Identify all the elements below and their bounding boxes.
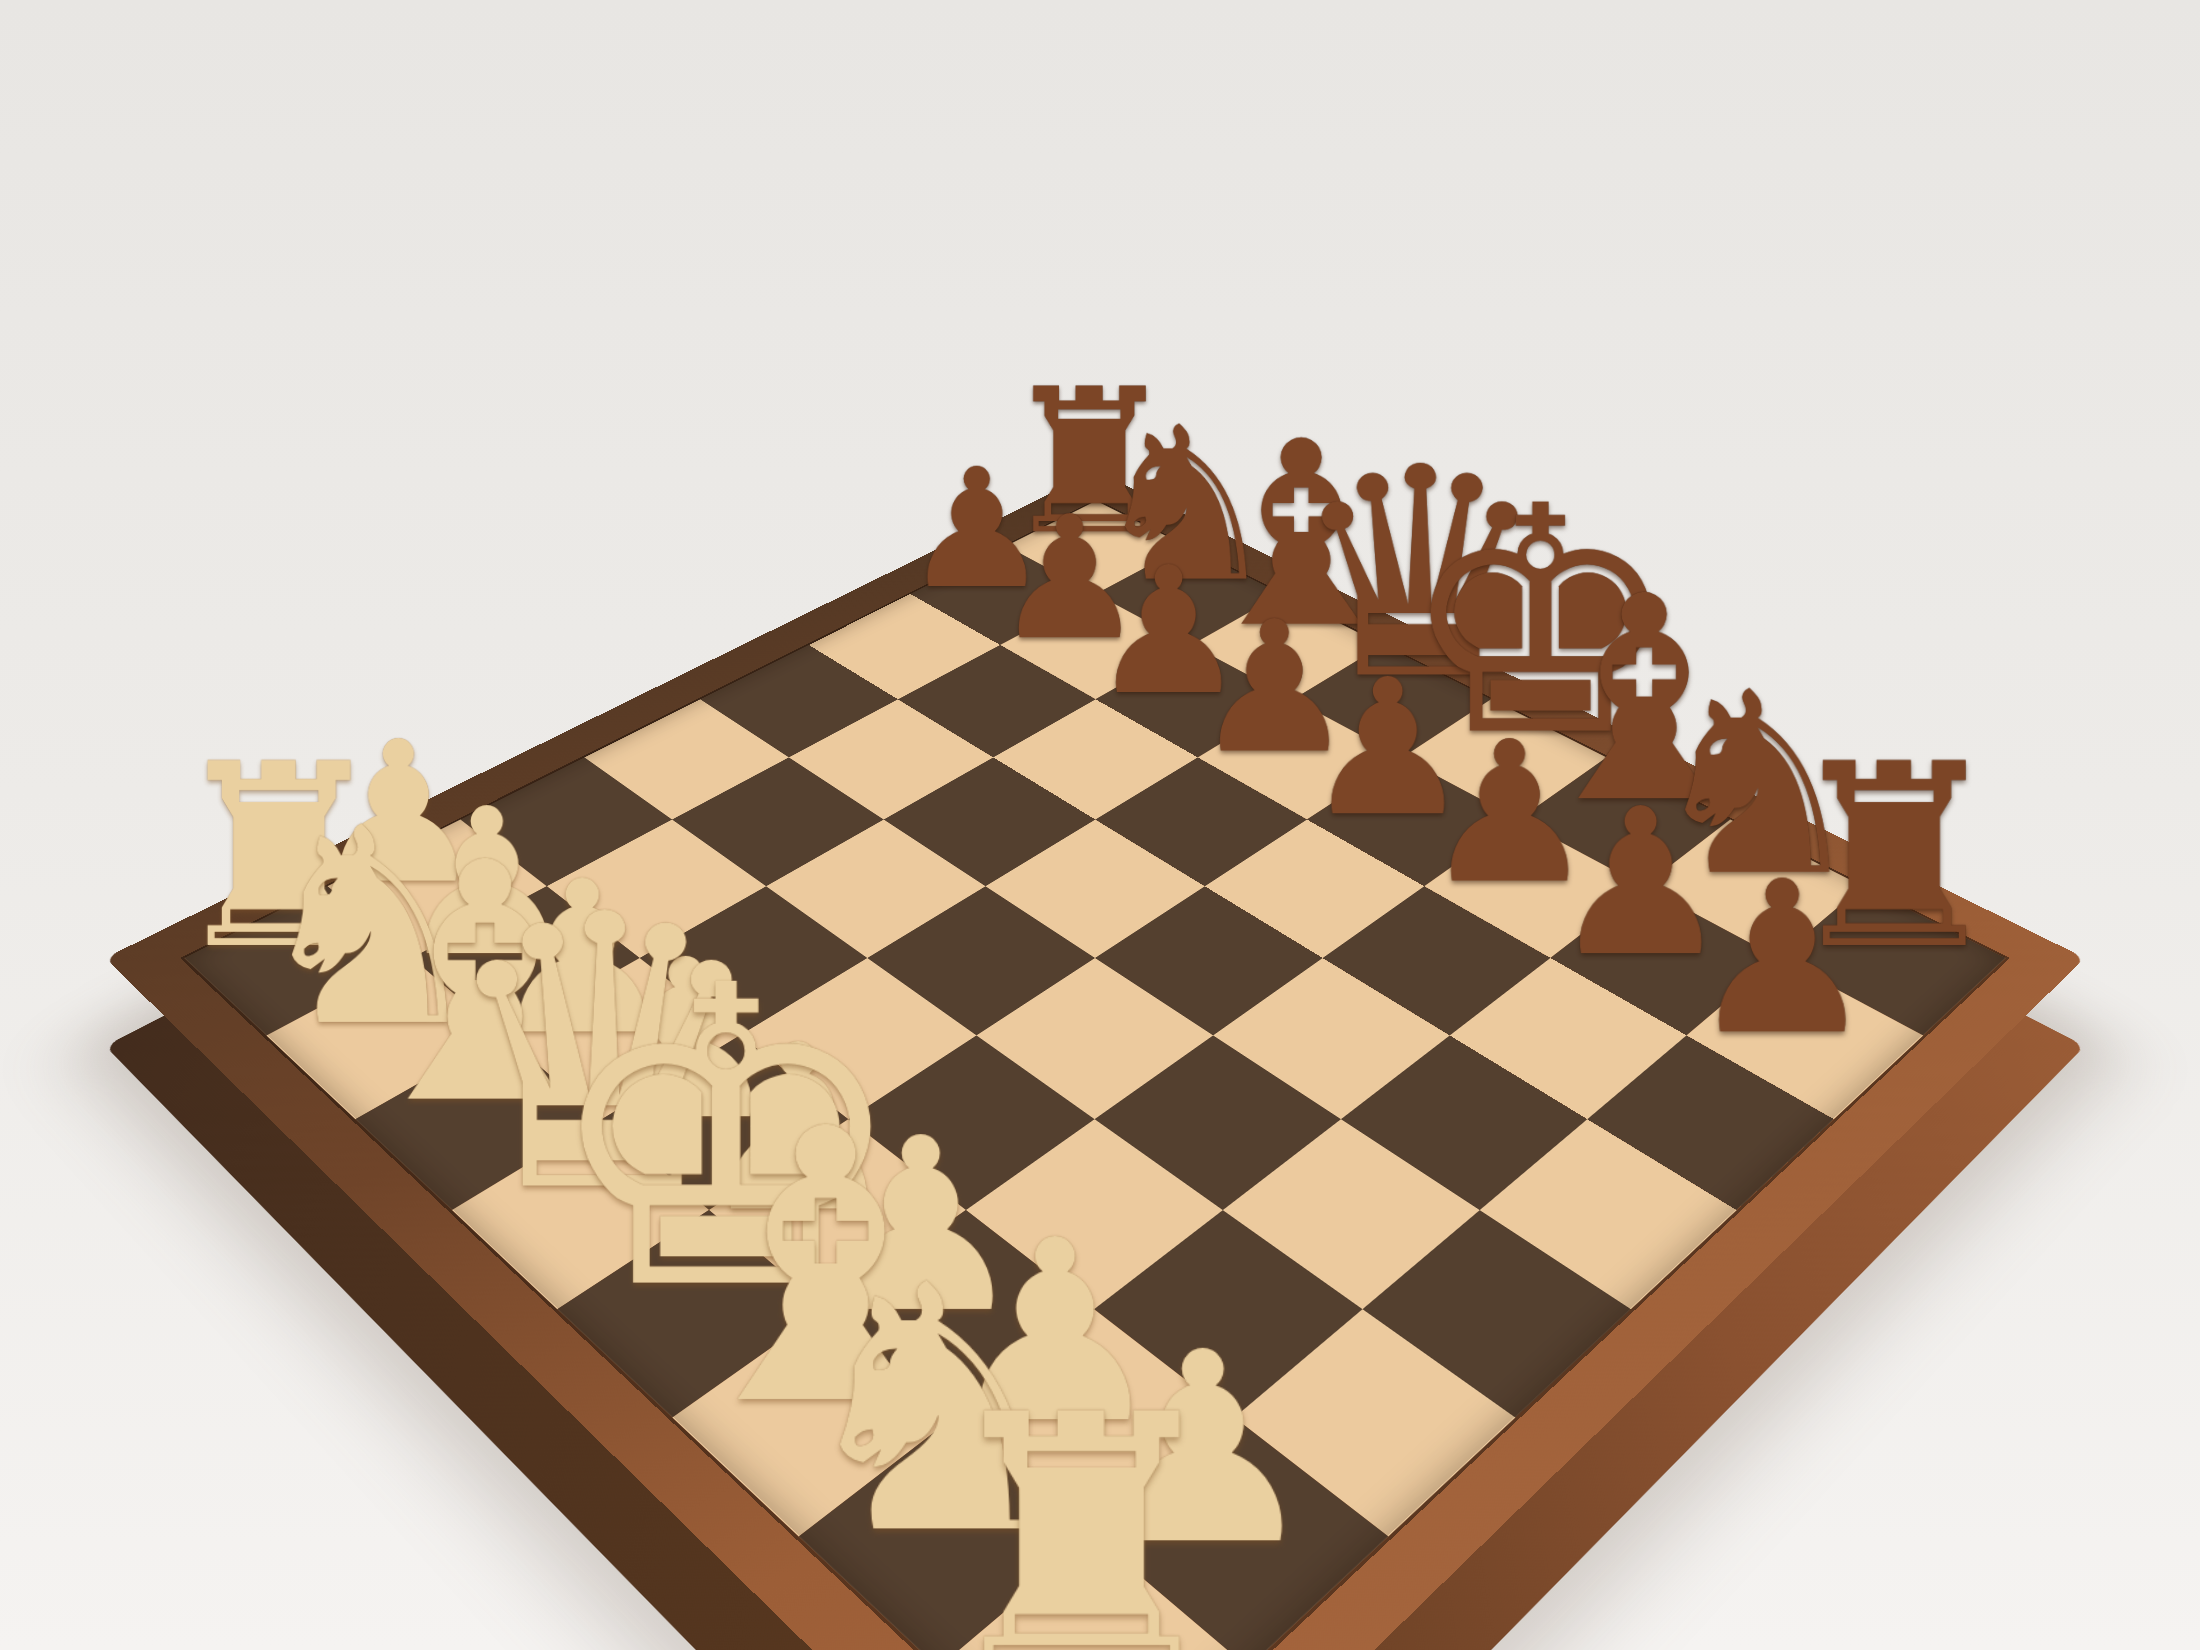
piece-black-pawn[interactable]: ♟ <box>1688 853 1858 1064</box>
chess-board: ♜♞♝♛♚♝♞♜♟♟♟♟♟♟♟♟♟♟♟♟♟♟♟♟♜♞♝♛♚♝♞♜ <box>105 471 2085 1650</box>
piece-white-rook[interactable]: ♜ <box>926 1370 1149 1650</box>
photo-stage: ♜♞♝♛♚♝♞♜♟♟♟♟♟♟♟♟♟♟♟♟♟♟♟♟♜♞♝♛♚♝♞♜ <box>0 0 2200 1650</box>
board-scene: ♜♞♝♛♚♝♞♜♟♟♟♟♟♟♟♟♟♟♟♟♟♟♟♟♜♞♝♛♚♝♞♜ <box>0 0 2200 1650</box>
square-h1[interactable]: ♜ <box>938 1536 1248 1650</box>
board-grid: ♜♞♝♛♚♝♞♜♟♟♟♟♟♟♟♟♟♟♟♟♟♟♟♟♜♞♝♛♚♝♞♜ <box>184 501 2006 1650</box>
